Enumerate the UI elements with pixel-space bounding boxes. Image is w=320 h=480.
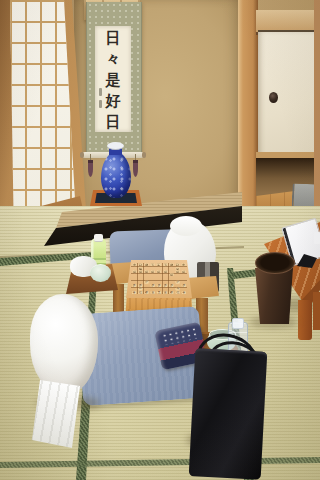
shogi-piece: 飛 [138, 267, 143, 270]
fusuma-door [258, 30, 316, 158]
shogi-piece: 歩 [132, 284, 137, 287]
calligraphy-char: 是 [106, 71, 121, 89]
shogi-piece: 銀 [169, 263, 174, 266]
table-leg [313, 292, 320, 330]
calligraphy-char: 日 [106, 29, 121, 47]
shogi-piece: 歩 [144, 270, 149, 273]
shogi-piece: 桂 [138, 263, 143, 266]
shogi-piece: 歩 [163, 270, 168, 273]
shogi-piece: 銀 [144, 291, 149, 294]
shogi-piece: 香 [132, 263, 137, 266]
shogi-piece: 歩 [132, 270, 137, 273]
small-white-object [314, 232, 320, 244]
shogi-piece: 桂 [175, 263, 180, 266]
shogi-piece: 歩 [156, 284, 161, 287]
shogi-pieces: 香桂銀金玉金銀桂香飛角歩歩歩歩歩歩歩歩歩歩歩歩歩歩歩歩歩歩角飛香桂銀金玉金銀桂香 [131, 263, 187, 294]
shogi-piece: 歩 [181, 284, 186, 287]
shogi-piece: 玉 [156, 263, 161, 266]
shogi-piece: 歩 [175, 280, 180, 283]
shogi-piece: 飛 [175, 287, 180, 290]
scroll-weight-tassel [133, 160, 138, 177]
artist-signature-mark [99, 100, 102, 108]
calligraphy-char: 好 [106, 92, 121, 110]
blue-porcelain-vase [101, 152, 131, 198]
tatami-room-photo: 日 々 是 好 日 香桂銀金玉金銀桂香飛 [0, 0, 320, 480]
black-bag [189, 348, 268, 480]
shogi-piece: 角 [175, 267, 180, 270]
white-towel-near [30, 294, 98, 394]
wood-pillar-right-edge [314, 0, 320, 224]
shogi-piece: 香 [181, 291, 186, 294]
shogi-piece: 銀 [169, 291, 174, 294]
calligraphy-char: 々 [106, 50, 121, 68]
shogi-piece: 歩 [144, 280, 149, 283]
shogi-piece: 金 [150, 263, 155, 266]
wood-pillar [238, 0, 258, 218]
wastebasket-opening [255, 252, 295, 274]
shogi-piece: 金 [163, 263, 168, 266]
calligraphy-char: 日 [106, 113, 121, 131]
scroll-weight-tassel [88, 160, 93, 177]
water-bottle-cap [232, 318, 244, 329]
shogi-piece: 金 [163, 291, 168, 294]
shogi-piece: 歩 [138, 284, 143, 287]
shogi-piece: 銀 [144, 263, 149, 266]
towel-fold [170, 216, 202, 236]
shogi-piece: 歩 [163, 284, 168, 287]
shogi-piece: 歩 [150, 284, 155, 287]
scroll-calligraphy: 日 々 是 好 日 [95, 29, 131, 131]
shogi-piece: 香 [132, 291, 137, 294]
shogi-piece: 歩 [181, 270, 186, 273]
table-leg [298, 300, 312, 340]
vase-rim [107, 142, 124, 150]
shogi-piece: 歩 [150, 270, 155, 273]
shogi-piece: 歩 [169, 273, 174, 276]
shogi-piece: 歩 [138, 270, 143, 273]
fusuma-handle [269, 92, 278, 103]
shogi-piece: 桂 [138, 291, 143, 294]
shogi-piece: 歩 [175, 270, 180, 273]
shogi-piece: 金 [150, 291, 155, 294]
shogi-piece: 歩 [156, 270, 161, 273]
artist-signature-mark [99, 88, 102, 96]
shogi-piece: 角 [138, 287, 143, 290]
shogi-piece: 玉 [156, 291, 161, 294]
artist-signature [99, 88, 103, 114]
bottle-cap [94, 234, 103, 242]
roller-knob [80, 152, 84, 158]
shogi-piece: 桂 [175, 291, 180, 294]
shogi-piece: 香 [181, 263, 186, 266]
teacup [90, 264, 111, 282]
roller-knob [142, 152, 146, 158]
shogi-piece: 歩 [169, 284, 174, 287]
